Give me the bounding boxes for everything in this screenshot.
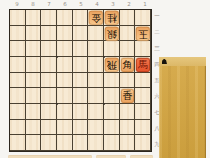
- star-point: [103, 103, 106, 106]
- piece-gote-41[interactable]: 金: [89, 11, 103, 25]
- rank-label: 二: [154, 25, 161, 41]
- shogi-board[interactable]: 金桂銀玉飛角馬香: [9, 9, 152, 152]
- file-label: 5: [73, 2, 89, 8]
- black-shogi-piece-icon: [162, 59, 168, 65]
- rank-label: 一: [154, 9, 161, 25]
- rank-label: 三: [154, 41, 161, 57]
- piece-gote-31[interactable]: 桂: [105, 11, 119, 25]
- star-point: [56, 56, 59, 59]
- piece-gote-12[interactable]: 玉: [136, 27, 150, 41]
- sente-hand-area: [159, 66, 206, 158]
- file-label: 1: [137, 2, 153, 8]
- file-label: 8: [25, 2, 41, 8]
- shogi-board-widget: 987654321 金桂銀玉飛角馬香 一二三四五六七八九: [0, 0, 210, 158]
- file-label: 6: [57, 2, 73, 8]
- file-label: 4: [89, 2, 105, 8]
- cropped-ui-element: [130, 155, 153, 158]
- piece-gote-32[interactable]: 銀: [105, 27, 119, 41]
- cropped-bottom-ui: [0, 155, 210, 158]
- file-label: 3: [105, 2, 121, 8]
- piece-sente-14[interactable]: 馬: [136, 58, 150, 72]
- star-point: [56, 103, 59, 106]
- file-label: 2: [121, 2, 137, 8]
- cropped-ui-element: [8, 155, 92, 158]
- piece-sente-26[interactable]: 香: [121, 89, 135, 103]
- file-label: 9: [9, 2, 25, 8]
- column-labels: 987654321: [9, 1, 153, 8]
- cropped-ui-element: [96, 155, 126, 158]
- file-label: 7: [41, 2, 57, 8]
- piece-gote-34[interactable]: 飛: [105, 58, 119, 72]
- sente-komadai: [159, 57, 206, 158]
- piece-sente-24[interactable]: 角: [121, 58, 135, 72]
- sente-komadai-header: [159, 57, 206, 66]
